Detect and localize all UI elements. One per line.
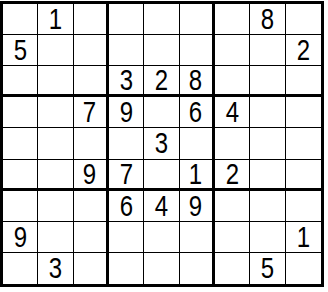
cell-r7c9[interactable]: [286, 191, 321, 222]
cell-r7c5[interactable]: 4: [144, 191, 179, 222]
given-digit: 8: [189, 66, 202, 95]
cell-r2c6[interactable]: [180, 35, 215, 66]
cell-r4c5[interactable]: [144, 97, 179, 128]
cell-r8c7[interactable]: [215, 222, 250, 253]
cell-r5c4[interactable]: [109, 128, 144, 159]
cell-r6c3[interactable]: 9: [74, 160, 109, 191]
cell-r9c9[interactable]: [286, 253, 321, 284]
cell-r3c6[interactable]: 8: [180, 66, 215, 97]
cell-r3c4[interactable]: 3: [109, 66, 144, 97]
cell-r8c2[interactable]: [38, 222, 73, 253]
given-digit: 2: [155, 66, 168, 95]
cell-r6c2[interactable]: [38, 160, 73, 191]
given-digit: 3: [49, 253, 62, 283]
cell-r9c4[interactable]: [109, 253, 144, 284]
cell-r9c6[interactable]: [180, 253, 215, 284]
given-digit: 6: [119, 191, 132, 221]
cell-r5c2[interactable]: [38, 128, 73, 159]
given-digit: 1: [189, 160, 202, 189]
cell-r8c1[interactable]: 9: [3, 222, 38, 253]
cell-r3c5[interactable]: 2: [144, 66, 179, 97]
cell-r6c4[interactable]: 7: [109, 160, 144, 191]
cell-r2c3[interactable]: [74, 35, 109, 66]
given-digit: 4: [225, 97, 238, 127]
cell-r6c6[interactable]: 1: [180, 160, 215, 191]
cell-r6c1[interactable]: [3, 160, 38, 191]
cell-r3c2[interactable]: [38, 66, 73, 97]
given-digit: 5: [13, 35, 26, 65]
cell-r3c8[interactable]: [250, 66, 285, 97]
cell-r2c1[interactable]: 5: [3, 35, 38, 66]
cell-r5c9[interactable]: [286, 128, 321, 159]
cell-r2c4[interactable]: [109, 35, 144, 66]
given-digit: 9: [83, 160, 96, 189]
cell-r6c8[interactable]: [250, 160, 285, 191]
cell-r4c3[interactable]: 7: [74, 97, 109, 128]
cell-r4c9[interactable]: [286, 97, 321, 128]
cell-r5c5[interactable]: 3: [144, 128, 179, 159]
cell-r1c5[interactable]: [144, 4, 179, 35]
cell-r2c9[interactable]: 2: [286, 35, 321, 66]
cell-r3c1[interactable]: [3, 66, 38, 97]
cell-r2c8[interactable]: [250, 35, 285, 66]
given-digit: 7: [83, 97, 96, 127]
cell-r4c6[interactable]: 6: [180, 97, 215, 128]
cell-r5c6[interactable]: [180, 128, 215, 159]
given-digit: 3: [155, 128, 168, 158]
cell-r1c2[interactable]: 1: [38, 4, 73, 35]
given-digit: 4: [155, 191, 168, 221]
cell-r1c7[interactable]: [215, 4, 250, 35]
cell-r6c5[interactable]: [144, 160, 179, 191]
cell-r9c2[interactable]: 3: [38, 253, 73, 284]
cell-r5c1[interactable]: [3, 128, 38, 159]
cell-r1c9[interactable]: [286, 4, 321, 35]
given-digit: 6: [189, 97, 202, 127]
cell-r8c3[interactable]: [74, 222, 109, 253]
cell-r3c7[interactable]: [215, 66, 250, 97]
cell-r4c8[interactable]: [250, 97, 285, 128]
given-digit: 9: [119, 97, 132, 127]
cell-r6c7[interactable]: 2: [215, 160, 250, 191]
cell-r9c8[interactable]: 5: [250, 253, 285, 284]
cell-r8c9[interactable]: 1: [286, 222, 321, 253]
given-digit: 5: [261, 253, 274, 283]
cell-r1c3[interactable]: [74, 4, 109, 35]
cell-r5c3[interactable]: [74, 128, 109, 159]
sudoku-board: 18523287964397126499135: [0, 1, 324, 287]
sudoku-board-wrapper: 18523287964397126499135: [0, 1, 324, 287]
cell-r7c4[interactable]: 6: [109, 191, 144, 222]
cell-r4c2[interactable]: [38, 97, 73, 128]
cell-r8c8[interactable]: [250, 222, 285, 253]
cell-r7c2[interactable]: [38, 191, 73, 222]
cell-r7c6[interactable]: 9: [180, 191, 215, 222]
cell-r9c3[interactable]: [74, 253, 109, 284]
given-digit: 8: [261, 4, 274, 34]
cell-r2c5[interactable]: [144, 35, 179, 66]
given-digit: 2: [297, 35, 310, 65]
cell-r2c2[interactable]: [38, 35, 73, 66]
cell-r4c1[interactable]: [3, 97, 38, 128]
cell-r1c8[interactable]: 8: [250, 4, 285, 35]
cell-r9c1[interactable]: [3, 253, 38, 284]
cell-r7c3[interactable]: [74, 191, 109, 222]
cell-r3c9[interactable]: [286, 66, 321, 97]
cell-r9c7[interactable]: [215, 253, 250, 284]
cell-r1c1[interactable]: [3, 4, 38, 35]
cell-r4c7[interactable]: 4: [215, 97, 250, 128]
cell-r8c6[interactable]: [180, 222, 215, 253]
given-digit: 9: [189, 191, 202, 221]
given-digit: 9: [13, 222, 26, 252]
cell-r5c8[interactable]: [250, 128, 285, 159]
cell-r2c7[interactable]: [215, 35, 250, 66]
cell-r4c4[interactable]: 9: [109, 97, 144, 128]
given-digit: 2: [225, 160, 238, 189]
cell-r1c6[interactable]: [180, 4, 215, 35]
given-digit: 3: [119, 66, 132, 95]
cell-r3c3[interactable]: [74, 66, 109, 97]
given-digit: 7: [119, 160, 132, 189]
cell-r7c1[interactable]: [3, 191, 38, 222]
cell-r5c7[interactable]: [215, 128, 250, 159]
cell-r1c4[interactable]: [109, 4, 144, 35]
cell-r7c7[interactable]: [215, 191, 250, 222]
cell-r6c9[interactable]: [286, 160, 321, 191]
cell-r9c5[interactable]: [144, 253, 179, 284]
given-digit: 1: [297, 222, 310, 252]
cell-r8c4[interactable]: [109, 222, 144, 253]
cell-r7c8[interactable]: [250, 191, 285, 222]
given-digit: 1: [49, 4, 62, 34]
cell-r8c5[interactable]: [144, 222, 179, 253]
